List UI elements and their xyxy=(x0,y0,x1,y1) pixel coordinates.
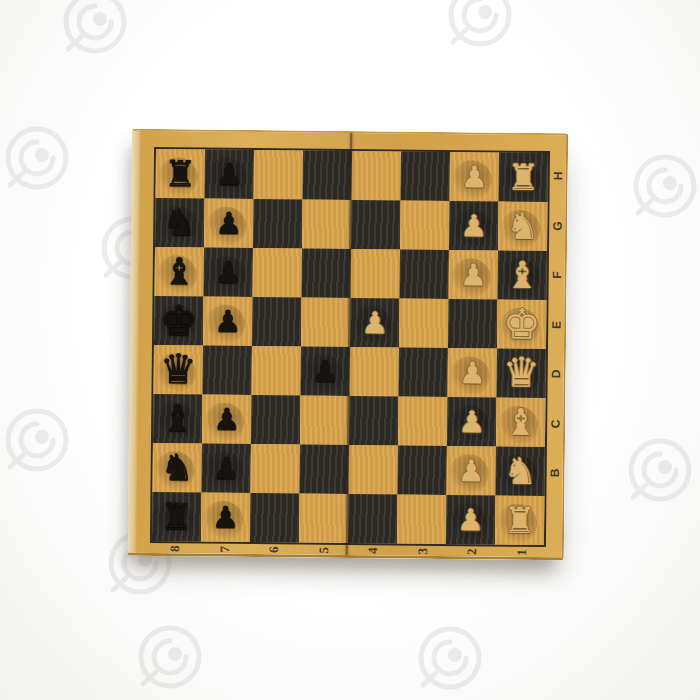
black-bishop-f8[interactable]: ♝ xyxy=(156,248,202,294)
white-pawn-b2[interactable]: ♟ xyxy=(448,448,494,494)
board-left-bevel xyxy=(128,131,141,553)
square-h3[interactable] xyxy=(401,152,451,202)
watermark-logo-icon xyxy=(624,434,696,506)
chess-board: ♜♟♟♜♞♟♟♞♝♟♟♝♚♟♟♚♛♟♟♛♝♟♟♝♞♟♟♞♜♟♟♜ 8765432… xyxy=(128,129,568,561)
square-c8[interactable]: ♝ xyxy=(153,394,203,444)
square-f6[interactable] xyxy=(252,248,302,298)
black-rook-a8[interactable]: ♜ xyxy=(153,493,199,539)
square-h5[interactable] xyxy=(303,151,353,201)
square-d5[interactable]: ♟ xyxy=(300,347,350,397)
square-h4[interactable] xyxy=(352,151,402,201)
square-e2[interactable] xyxy=(448,299,498,349)
white-pawn-g2[interactable]: ♟ xyxy=(451,203,497,249)
square-h2[interactable]: ♟ xyxy=(450,152,500,202)
square-e7[interactable]: ♟ xyxy=(203,296,253,346)
watermark-logo-icon xyxy=(1,122,73,194)
black-pawn-b7[interactable]: ♟ xyxy=(203,445,249,491)
watermark-logo-icon xyxy=(629,150,700,222)
watermark-logo-icon xyxy=(134,621,206,693)
square-f1[interactable]: ♝ xyxy=(497,251,547,301)
board-grid: ♜♟♟♜♞♟♟♞♝♟♟♝♚♟♟♚♛♟♟♛♝♟♟♝♞♟♟♞♜♟♟♜ xyxy=(150,147,550,547)
black-bishop-c8[interactable]: ♝ xyxy=(154,395,200,441)
square-a1[interactable]: ♜ xyxy=(495,496,545,546)
square-d6[interactable] xyxy=(251,346,301,396)
white-pawn-c2[interactable]: ♟ xyxy=(448,399,494,445)
square-c6[interactable] xyxy=(251,395,301,445)
square-c2[interactable]: ♟ xyxy=(447,397,497,447)
white-rook-a1[interactable]: ♜ xyxy=(496,497,542,543)
square-g2[interactable]: ♟ xyxy=(449,201,499,251)
rank-label-3: 3 xyxy=(413,526,431,576)
watermark-logo-icon xyxy=(444,0,516,51)
white-pawn-h2[interactable]: ♟ xyxy=(451,154,497,200)
square-c4[interactable] xyxy=(349,396,399,446)
square-e1[interactable]: ♚ xyxy=(497,300,547,350)
white-king-e1[interactable]: ♚ xyxy=(498,301,544,347)
black-pawn-c7[interactable]: ♟ xyxy=(203,396,249,442)
black-rook-h8[interactable]: ♜ xyxy=(157,150,203,196)
square-c3[interactable] xyxy=(398,397,448,447)
square-d4[interactable] xyxy=(349,347,399,397)
black-pawn-h7[interactable]: ♟ xyxy=(206,151,252,197)
rank-label-6: 6 xyxy=(265,525,283,575)
rank-label-5: 5 xyxy=(314,525,332,575)
square-d2[interactable]: ♟ xyxy=(447,348,497,398)
square-e3[interactable] xyxy=(399,299,449,349)
square-b7[interactable]: ♟ xyxy=(201,443,251,493)
square-f8[interactable]: ♝ xyxy=(154,247,204,297)
white-bishop-f1[interactable]: ♝ xyxy=(499,252,545,298)
white-knight-g1[interactable]: ♞ xyxy=(500,203,546,249)
square-c7[interactable]: ♟ xyxy=(202,394,252,444)
black-pawn-e7[interactable]: ♟ xyxy=(204,298,250,344)
white-pawn-a2[interactable]: ♟ xyxy=(447,497,493,543)
square-a7[interactable]: ♟ xyxy=(201,492,251,542)
square-g3[interactable] xyxy=(400,201,450,251)
file-labels: HGFEDCB xyxy=(545,151,567,547)
square-a8[interactable]: ♜ xyxy=(152,492,202,542)
square-f4[interactable] xyxy=(350,249,400,299)
square-d3[interactable] xyxy=(398,348,448,398)
square-b8[interactable]: ♞ xyxy=(152,443,202,493)
square-e8[interactable]: ♚ xyxy=(154,296,204,346)
white-bishop-c1[interactable]: ♝ xyxy=(497,399,543,445)
square-f3[interactable] xyxy=(399,250,449,300)
rank-label-4: 4 xyxy=(364,526,382,576)
square-f7[interactable]: ♟ xyxy=(203,247,253,297)
black-knight-b8[interactable]: ♞ xyxy=(154,444,200,490)
white-knight-b1[interactable]: ♞ xyxy=(497,448,543,494)
square-b5[interactable] xyxy=(299,445,349,495)
square-b4[interactable] xyxy=(348,445,398,495)
square-h1[interactable]: ♜ xyxy=(499,153,549,203)
square-c5[interactable] xyxy=(300,396,350,446)
square-d8[interactable]: ♛ xyxy=(153,345,203,395)
square-h7[interactable]: ♟ xyxy=(205,149,255,199)
black-pawn-d5[interactable]: ♟ xyxy=(302,348,348,394)
square-g8[interactable]: ♞ xyxy=(155,198,205,248)
white-rook-h1[interactable]: ♜ xyxy=(500,154,546,200)
white-pawn-e4[interactable]: ♟ xyxy=(351,300,397,346)
black-knight-g8[interactable]: ♞ xyxy=(157,199,203,245)
square-h8[interactable]: ♜ xyxy=(156,149,206,199)
square-g4[interactable] xyxy=(351,200,401,250)
square-e6[interactable] xyxy=(252,297,302,347)
square-b2[interactable]: ♟ xyxy=(446,446,496,496)
white-pawn-f2[interactable]: ♟ xyxy=(450,252,496,298)
square-g6[interactable] xyxy=(253,199,303,249)
square-f5[interactable] xyxy=(301,249,351,299)
watermark-logo-icon xyxy=(1,404,73,476)
square-a2[interactable]: ♟ xyxy=(446,495,496,545)
square-d7[interactable] xyxy=(202,345,252,395)
white-pawn-d2[interactable]: ♟ xyxy=(449,350,495,396)
watermark-logo-icon xyxy=(59,0,131,58)
square-b6[interactable] xyxy=(250,444,300,494)
black-pawn-a7[interactable]: ♟ xyxy=(202,494,248,540)
square-c1[interactable]: ♝ xyxy=(496,398,546,448)
square-g5[interactable] xyxy=(302,200,352,250)
black-pawn-g7[interactable]: ♟ xyxy=(206,200,252,246)
square-e4[interactable]: ♟ xyxy=(350,298,400,348)
square-f2[interactable]: ♟ xyxy=(448,250,498,300)
rank-labels: 87654321 xyxy=(150,540,546,561)
square-e5[interactable] xyxy=(301,298,351,348)
white-queen-d1[interactable]: ♛ xyxy=(498,350,544,396)
black-king-e8[interactable]: ♚ xyxy=(156,297,202,343)
square-h6[interactable] xyxy=(254,150,304,200)
square-b3[interactable] xyxy=(397,446,447,496)
photo-background: ♜♟♟♜♞♟♟♞♝♟♟♝♚♟♟♚♛♟♟♛♝♟♟♝♞♟♟♞♜♟♟♜ 8765432… xyxy=(0,0,700,700)
square-d1[interactable]: ♛ xyxy=(496,349,546,399)
black-queen-d8[interactable]: ♛ xyxy=(155,346,201,392)
square-b1[interactable]: ♞ xyxy=(495,447,545,497)
watermark-logo-icon xyxy=(414,622,486,694)
square-g7[interactable]: ♟ xyxy=(204,198,254,248)
black-pawn-f7[interactable]: ♟ xyxy=(205,249,251,295)
square-g1[interactable]: ♞ xyxy=(498,202,548,252)
